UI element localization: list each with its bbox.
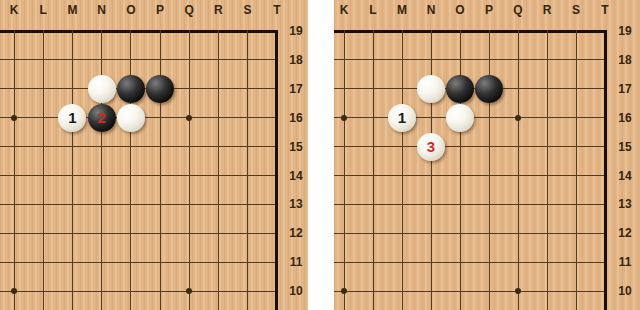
- intersection-Q11[interactable]: [504, 248, 533, 277]
- intersection-R13[interactable]: [533, 190, 562, 219]
- intersection-S18[interactable]: [233, 45, 262, 74]
- intersection-O18[interactable]: [446, 45, 475, 74]
- intersection-P15[interactable]: [475, 132, 504, 161]
- intersection-N14[interactable]: [417, 161, 446, 190]
- row-label-17: 17: [289, 82, 302, 96]
- intersection-M15[interactable]: [58, 132, 87, 161]
- intersection-R12[interactable]: [204, 219, 233, 248]
- intersection-L19[interactable]: [29, 17, 58, 46]
- stone-white-M16: 1: [388, 104, 416, 132]
- intersection-Q17[interactable]: [504, 74, 533, 103]
- column-label-N: N: [97, 3, 106, 17]
- intersection-R11[interactable]: [204, 248, 233, 277]
- stone-black-P17: [475, 75, 503, 103]
- intersection-S13[interactable]: [233, 190, 262, 219]
- intersection-T15[interactable]: [591, 132, 620, 161]
- intersection-O17[interactable]: [116, 74, 145, 103]
- intersection-R17[interactable]: [533, 74, 562, 103]
- intersection-O15[interactable]: [446, 132, 475, 161]
- intersection-R10[interactable]: [533, 277, 562, 306]
- intersection-P12[interactable]: [475, 219, 504, 248]
- stone-white-N17: [417, 75, 445, 103]
- intersection-M13[interactable]: [388, 190, 417, 219]
- intersection-N18[interactable]: [417, 45, 446, 74]
- intersection-P15[interactable]: [145, 132, 174, 161]
- intersection-P10[interactable]: [145, 277, 174, 306]
- intersection-Q19[interactable]: [175, 17, 204, 46]
- intersection-K11[interactable]: [0, 248, 29, 277]
- intersection-S14[interactable]: [233, 161, 262, 190]
- intersection-Q10[interactable]: [504, 277, 533, 306]
- column-label-S: S: [244, 3, 252, 17]
- intersection-T19[interactable]: [591, 17, 620, 46]
- row-label-16: 16: [618, 111, 631, 125]
- column-label-L: L: [40, 3, 47, 17]
- stone-black-P17: [146, 75, 174, 103]
- stone-black-O17: [117, 75, 145, 103]
- intersection-R15[interactable]: [204, 132, 233, 161]
- intersection-O11[interactable]: [116, 248, 145, 277]
- intersection-K11[interactable]: [334, 248, 359, 277]
- intersection-P16[interactable]: [475, 103, 504, 132]
- intersection-O10[interactable]: [116, 277, 145, 306]
- intersection-T16[interactable]: [591, 103, 620, 132]
- intersection-R11[interactable]: [533, 248, 562, 277]
- go-board-diagram-1: KLMNOPQRST1918171615141312111012: [0, 0, 308, 310]
- move-number: 2: [97, 110, 105, 125]
- intersection-K17[interactable]: [334, 74, 359, 103]
- intersection-L13[interactable]: [29, 190, 58, 219]
- intersection-O18[interactable]: [116, 45, 145, 74]
- intersection-Q16[interactable]: [504, 103, 533, 132]
- row-label-14: 14: [289, 169, 302, 183]
- intersection-O12[interactable]: [446, 219, 475, 248]
- column-label-R: R: [214, 3, 223, 17]
- intersection-T10[interactable]: [262, 277, 291, 306]
- intersection-L12[interactable]: [359, 219, 388, 248]
- intersection-N17[interactable]: [417, 74, 446, 103]
- row-label-10: 10: [289, 284, 302, 298]
- intersection-N19[interactable]: [417, 17, 446, 46]
- intersection-N10[interactable]: [417, 277, 446, 306]
- intersection-L17[interactable]: [29, 74, 58, 103]
- intersection-T14[interactable]: [262, 161, 291, 190]
- stone-white-O16: [117, 104, 145, 132]
- intersection-M17[interactable]: [388, 74, 417, 103]
- intersection-S10[interactable]: [233, 277, 262, 306]
- intersection-O16[interactable]: [116, 103, 145, 132]
- intersection-N14[interactable]: [87, 161, 116, 190]
- intersection-O12[interactable]: [116, 219, 145, 248]
- intersection-T13[interactable]: [591, 190, 620, 219]
- intersection-O15[interactable]: [116, 132, 145, 161]
- intersection-L17[interactable]: [359, 74, 388, 103]
- intersection-O19[interactable]: [116, 17, 145, 46]
- intersection-R18[interactable]: [533, 45, 562, 74]
- intersection-N17[interactable]: [87, 74, 116, 103]
- board-grid: 12: [0, 17, 291, 306]
- intersection-P19[interactable]: [475, 17, 504, 46]
- intersection-R14[interactable]: [533, 161, 562, 190]
- intersection-K12[interactable]: [0, 219, 29, 248]
- intersection-S17[interactable]: [562, 74, 591, 103]
- intersection-M16[interactable]: 1: [388, 103, 417, 132]
- intersection-N13[interactable]: [87, 190, 116, 219]
- row-label-18: 18: [618, 53, 631, 67]
- intersection-N13[interactable]: [417, 190, 446, 219]
- intersection-S14[interactable]: [562, 161, 591, 190]
- stone-white-N15: 3: [417, 133, 445, 161]
- column-label-K: K: [10, 3, 19, 17]
- intersection-L15[interactable]: [29, 132, 58, 161]
- column-label-S: S: [572, 3, 580, 17]
- row-label-17: 17: [618, 82, 631, 96]
- row-label-19: 19: [618, 24, 631, 38]
- row-label-13: 13: [618, 197, 631, 211]
- column-label-Q: Q: [513, 3, 522, 17]
- intersection-L10[interactable]: [29, 277, 58, 306]
- column-label-P: P: [485, 3, 493, 17]
- intersection-M10[interactable]: [58, 277, 87, 306]
- intersection-Q19[interactable]: [504, 17, 533, 46]
- intersection-R16[interactable]: [533, 103, 562, 132]
- intersection-T11[interactable]: [262, 248, 291, 277]
- row-label-13: 13: [289, 197, 302, 211]
- intersection-O17[interactable]: [446, 74, 475, 103]
- intersection-P17[interactable]: [475, 74, 504, 103]
- intersection-R16[interactable]: [204, 103, 233, 132]
- intersection-M17[interactable]: [58, 74, 87, 103]
- intersection-P10[interactable]: [475, 277, 504, 306]
- intersection-K10[interactable]: [334, 277, 359, 306]
- intersection-T15[interactable]: [262, 132, 291, 161]
- intersection-L14[interactable]: [29, 161, 58, 190]
- intersection-M12[interactable]: [58, 219, 87, 248]
- intersection-K13[interactable]: [334, 190, 359, 219]
- intersection-O13[interactable]: [446, 190, 475, 219]
- stone-black-N16: 2: [88, 104, 116, 132]
- intersection-R10[interactable]: [204, 277, 233, 306]
- intersection-P19[interactable]: [145, 17, 174, 46]
- intersection-P13[interactable]: [475, 190, 504, 219]
- intersection-K16[interactable]: [334, 103, 359, 132]
- intersection-Q15[interactable]: [175, 132, 204, 161]
- intersection-Q18[interactable]: [175, 45, 204, 74]
- stone-white-N17: [88, 75, 116, 103]
- intersection-S12[interactable]: [562, 219, 591, 248]
- intersection-Q12[interactable]: [175, 219, 204, 248]
- row-label-14: 14: [618, 169, 631, 183]
- column-label-T: T: [273, 3, 280, 17]
- intersection-L19[interactable]: [359, 17, 388, 46]
- intersection-M11[interactable]: [388, 248, 417, 277]
- intersection-L11[interactable]: [359, 248, 388, 277]
- intersection-T12[interactable]: [591, 219, 620, 248]
- intersection-P14[interactable]: [475, 161, 504, 190]
- move-number: 1: [398, 110, 406, 125]
- row-label-15: 15: [618, 140, 631, 154]
- move-number: 1: [68, 110, 76, 125]
- column-label-N: N: [427, 3, 436, 17]
- stone-black-O17: [446, 75, 474, 103]
- intersection-M18[interactable]: [388, 45, 417, 74]
- intersection-P18[interactable]: [145, 45, 174, 74]
- intersection-T18[interactable]: [262, 45, 291, 74]
- intersection-R12[interactable]: [533, 219, 562, 248]
- intersection-S16[interactable]: [233, 103, 262, 132]
- intersection-L16[interactable]: [29, 103, 58, 132]
- column-label-O: O: [126, 3, 135, 17]
- intersection-S13[interactable]: [562, 190, 591, 219]
- intersection-S15[interactable]: [233, 132, 262, 161]
- intersection-N15[interactable]: [87, 132, 116, 161]
- intersection-L10[interactable]: [359, 277, 388, 306]
- column-label-T: T: [601, 3, 608, 17]
- intersection-T11[interactable]: [591, 248, 620, 277]
- intersection-S16[interactable]: [562, 103, 591, 132]
- intersection-M11[interactable]: [58, 248, 87, 277]
- intersection-K14[interactable]: [334, 161, 359, 190]
- intersection-P18[interactable]: [475, 45, 504, 74]
- intersection-N11[interactable]: [87, 248, 116, 277]
- intersection-T17[interactable]: [262, 74, 291, 103]
- intersection-K13[interactable]: [0, 190, 29, 219]
- intersection-S11[interactable]: [233, 248, 262, 277]
- intersection-S17[interactable]: [233, 74, 262, 103]
- intersection-Q11[interactable]: [175, 248, 204, 277]
- go-board-diagram-2: KLMNOPQRST1918171615141312111013: [334, 0, 640, 310]
- intersection-N11[interactable]: [417, 248, 446, 277]
- intersection-S19[interactable]: [562, 17, 591, 46]
- intersection-L15[interactable]: [359, 132, 388, 161]
- intersection-R19[interactable]: [204, 17, 233, 46]
- intersection-O14[interactable]: [446, 161, 475, 190]
- intersection-N12[interactable]: [87, 219, 116, 248]
- intersection-Q13[interactable]: [504, 190, 533, 219]
- intersection-O14[interactable]: [116, 161, 145, 190]
- column-label-M: M: [397, 3, 407, 17]
- intersection-T12[interactable]: [262, 219, 291, 248]
- intersection-M15[interactable]: [388, 132, 417, 161]
- intersection-P17[interactable]: [145, 74, 174, 103]
- intersection-Q12[interactable]: [504, 219, 533, 248]
- stone-white-O16: [446, 104, 474, 132]
- intersection-K10[interactable]: [0, 277, 29, 306]
- intersection-L11[interactable]: [29, 248, 58, 277]
- board-grid: 13: [334, 17, 620, 306]
- intersection-N10[interactable]: [87, 277, 116, 306]
- intersection-Q18[interactable]: [504, 45, 533, 74]
- column-label-L: L: [369, 3, 376, 17]
- row-label-12: 12: [618, 226, 631, 240]
- intersection-O19[interactable]: [446, 17, 475, 46]
- intersection-M10[interactable]: [388, 277, 417, 306]
- intersection-K17[interactable]: [0, 74, 29, 103]
- intersection-N12[interactable]: [417, 219, 446, 248]
- intersection-R14[interactable]: [204, 161, 233, 190]
- row-label-11: 11: [619, 255, 632, 269]
- intersection-K19[interactable]: [334, 17, 359, 46]
- intersection-O11[interactable]: [446, 248, 475, 277]
- intersection-P11[interactable]: [145, 248, 174, 277]
- intersection-M16[interactable]: 1: [58, 103, 87, 132]
- intersection-S11[interactable]: [562, 248, 591, 277]
- intersection-L12[interactable]: [29, 219, 58, 248]
- intersection-M13[interactable]: [58, 190, 87, 219]
- intersection-N16[interactable]: [417, 103, 446, 132]
- row-label-11: 11: [290, 255, 303, 269]
- intersection-K15[interactable]: [334, 132, 359, 161]
- intersection-L14[interactable]: [359, 161, 388, 190]
- row-label-16: 16: [289, 111, 302, 125]
- row-label-10: 10: [618, 284, 631, 298]
- intersection-L18[interactable]: [359, 45, 388, 74]
- column-label-O: O: [455, 3, 464, 17]
- intersection-L13[interactable]: [359, 190, 388, 219]
- intersection-N15[interactable]: 3: [417, 132, 446, 161]
- row-label-18: 18: [289, 53, 302, 67]
- column-label-Q: Q: [185, 3, 194, 17]
- intersection-S19[interactable]: [233, 17, 262, 46]
- intersection-P13[interactable]: [145, 190, 174, 219]
- intersection-N18[interactable]: [87, 45, 116, 74]
- stone-white-M16: 1: [58, 104, 86, 132]
- intersection-Q15[interactable]: [504, 132, 533, 161]
- intersection-T17[interactable]: [591, 74, 620, 103]
- intersection-R15[interactable]: [533, 132, 562, 161]
- row-label-12: 12: [289, 226, 302, 240]
- intersection-S15[interactable]: [562, 132, 591, 161]
- intersection-Q17[interactable]: [175, 74, 204, 103]
- intersection-R19[interactable]: [533, 17, 562, 46]
- intersection-O13[interactable]: [116, 190, 145, 219]
- intersection-R13[interactable]: [204, 190, 233, 219]
- intersection-O16[interactable]: [446, 103, 475, 132]
- intersection-P12[interactable]: [145, 219, 174, 248]
- intersection-M12[interactable]: [388, 219, 417, 248]
- intersection-S10[interactable]: [562, 277, 591, 306]
- move-number: 3: [427, 139, 435, 154]
- intersection-K16[interactable]: [0, 103, 29, 132]
- intersection-P14[interactable]: [145, 161, 174, 190]
- intersection-M14[interactable]: [388, 161, 417, 190]
- intersection-Q10[interactable]: [175, 277, 204, 306]
- column-label-K: K: [340, 3, 349, 17]
- intersection-Q16[interactable]: [175, 103, 204, 132]
- intersection-L16[interactable]: [359, 103, 388, 132]
- intersection-N16[interactable]: 2: [87, 103, 116, 132]
- intersection-S12[interactable]: [233, 219, 262, 248]
- intersection-M18[interactable]: [58, 45, 87, 74]
- row-label-19: 19: [289, 24, 302, 38]
- intersection-T16[interactable]: [262, 103, 291, 132]
- intersection-R17[interactable]: [204, 74, 233, 103]
- intersection-K19[interactable]: [0, 17, 29, 46]
- intersection-K14[interactable]: [0, 161, 29, 190]
- intersection-K15[interactable]: [0, 132, 29, 161]
- column-label-P: P: [156, 3, 164, 17]
- column-label-R: R: [543, 3, 552, 17]
- intersection-L18[interactable]: [29, 45, 58, 74]
- intersection-M19[interactable]: [388, 17, 417, 46]
- intersection-P11[interactable]: [475, 248, 504, 277]
- intersection-O10[interactable]: [446, 277, 475, 306]
- intersection-T19[interactable]: [262, 17, 291, 46]
- intersection-N19[interactable]: [87, 17, 116, 46]
- intersection-T14[interactable]: [591, 161, 620, 190]
- intersection-K18[interactable]: [334, 45, 359, 74]
- row-label-15: 15: [289, 140, 302, 154]
- intersection-Q14[interactable]: [504, 161, 533, 190]
- intersection-T13[interactable]: [262, 190, 291, 219]
- intersection-S18[interactable]: [562, 45, 591, 74]
- column-label-M: M: [67, 3, 77, 17]
- intersection-K18[interactable]: [0, 45, 29, 74]
- intersection-M19[interactable]: [58, 17, 87, 46]
- intersection-K12[interactable]: [334, 219, 359, 248]
- intersection-P16[interactable]: [145, 103, 174, 132]
- intersection-M14[interactable]: [58, 161, 87, 190]
- intersection-Q13[interactable]: [175, 190, 204, 219]
- intersection-T10[interactable]: [591, 277, 620, 306]
- intersection-Q14[interactable]: [175, 161, 204, 190]
- intersection-T18[interactable]: [591, 45, 620, 74]
- page: KLMNOPQRST1918171615141312111012 KLMNOPQ…: [0, 0, 640, 310]
- intersection-R18[interactable]: [204, 45, 233, 74]
